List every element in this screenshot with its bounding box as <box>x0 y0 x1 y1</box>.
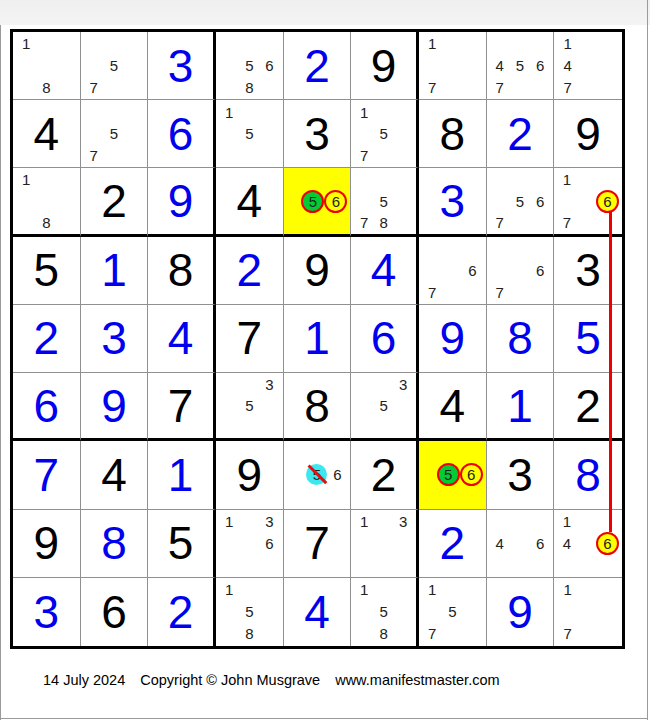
cell-value: 4 <box>81 441 148 508</box>
pencil-marks: 57 <box>84 101 145 166</box>
cell-r9c9[interactable]: 17 <box>554 578 622 646</box>
candidate-4[interactable]: 4 <box>557 532 576 555</box>
cell-value: 3 <box>419 168 486 233</box>
cell-value: 2 <box>284 32 351 99</box>
cell-r2c8[interactable]: 2 <box>487 100 555 168</box>
candidate-5[interactable]: 5 <box>510 191 530 212</box>
cell-value: 6 <box>81 578 148 646</box>
cell-r7c4[interactable]: 9 <box>216 441 284 509</box>
cell-r6c5[interactable]: 8 <box>284 373 352 441</box>
pencil-marks: 56 <box>287 169 348 232</box>
candidate-7[interactable]: 7 <box>354 145 374 167</box>
candidate-3[interactable]: 3 <box>259 374 279 395</box>
cell-value: 6 <box>13 373 80 438</box>
candidate-5[interactable]: 5 <box>239 395 259 416</box>
cell-r4c3[interactable]: 8 <box>148 237 216 305</box>
candidate-5[interactable]: 5 <box>374 395 394 416</box>
pencil-marks: 35 <box>354 374 413 437</box>
cell-r8c8[interactable]: 46 <box>487 510 555 578</box>
candidate-1[interactable]: 1 <box>219 511 239 533</box>
candidate-1[interactable]: 1 <box>422 579 442 601</box>
cell-value: 8 <box>487 305 554 372</box>
pencil-marks: 567 <box>490 169 551 232</box>
cell-r5c2[interactable]: 3 <box>81 305 149 373</box>
cell-r3c1[interactable]: 18 <box>13 168 81 236</box>
cell-r3c8[interactable]: 567 <box>487 168 555 236</box>
cell-r2c2[interactable]: 57 <box>81 100 149 168</box>
cell-value: 4 <box>351 237 416 304</box>
cell-r3c5[interactable]: 56 <box>284 168 352 236</box>
cell-r6c4[interactable]: 35 <box>216 373 284 441</box>
cell-value: 4 <box>419 373 486 438</box>
candidate-1[interactable]: 1 <box>422 33 442 55</box>
cell-value: 9 <box>487 578 554 646</box>
candidate-5[interactable]: 5 <box>374 191 394 212</box>
cell-value: 1 <box>284 305 351 372</box>
cell-value: 9 <box>351 32 416 99</box>
candidate-8[interactable]: 8 <box>239 623 259 645</box>
cell-r4c4[interactable]: 2 <box>216 237 284 305</box>
candidate-6[interactable]: 6 <box>259 55 279 77</box>
pencil-marks: 17 <box>557 579 619 645</box>
candidate-3[interactable]: 3 <box>393 511 413 533</box>
cell-r2c9[interactable]: 9 <box>554 100 622 168</box>
candidate-1[interactable]: 1 <box>354 101 374 123</box>
footer-website: www.manifestmaster.com <box>335 672 499 688</box>
candidate-7[interactable]: 7 <box>422 623 442 645</box>
cell-r7c1[interactable]: 7 <box>13 441 81 509</box>
candidate-6[interactable]: 6 <box>259 532 279 554</box>
pencil-marks: 46 <box>490 511 551 576</box>
cell-r1c3[interactable]: 3 <box>148 32 216 100</box>
pencil-marks: 56 <box>287 442 348 507</box>
candidate-1[interactable]: 1 <box>557 33 578 55</box>
cell-value: 2 <box>216 237 283 304</box>
pencil-marks: 35 <box>219 374 280 437</box>
candidate-5-green[interactable]: 5 <box>437 463 460 486</box>
cell-r4c5[interactable]: 9 <box>284 237 352 305</box>
candidate-4[interactable]: 4 <box>490 55 510 77</box>
cell-r9c8[interactable]: 9 <box>487 578 555 646</box>
cell-r5c4[interactable]: 7 <box>216 305 284 373</box>
candidate-5-green[interactable]: 5 <box>301 190 324 213</box>
cell-r2c6[interactable]: 157 <box>351 100 419 168</box>
footer-copyright: Copyright © John Musgrave <box>140 672 320 688</box>
candidate-7[interactable]: 7 <box>84 145 104 167</box>
cell-r2c3[interactable]: 6 <box>148 100 216 168</box>
cell-r9c1[interactable]: 3 <box>13 578 81 646</box>
candidate-7[interactable]: 7 <box>557 623 578 645</box>
candidate-1[interactable]: 1 <box>219 579 239 601</box>
cell-value: 2 <box>351 441 416 508</box>
candidate-1[interactable]: 1 <box>557 169 576 189</box>
candidate-1[interactable]: 1 <box>354 579 374 601</box>
cell-r2c4[interactable]: 15 <box>216 100 284 168</box>
candidate-1[interactable]: 1 <box>557 579 578 601</box>
cell-value: 2 <box>81 168 148 233</box>
cell-value: 9 <box>419 305 486 372</box>
cell-value: 8 <box>284 373 351 438</box>
pencil-marks: 158 <box>354 579 413 645</box>
candidate-3[interactable]: 3 <box>393 374 413 395</box>
pencil-marks: 4567 <box>490 33 551 98</box>
cell-value: 3 <box>81 305 148 372</box>
cell-r8c6[interactable]: 13 <box>351 510 419 578</box>
cell-value: 8 <box>419 100 486 167</box>
cell-value: 2 <box>487 100 554 167</box>
candidate-5[interactable]: 5 <box>104 123 124 145</box>
cell-r1c2[interactable]: 57 <box>81 32 149 100</box>
candidate-5[interactable]: 5 <box>374 601 394 623</box>
candidate-5[interactable]: 5 <box>104 55 124 77</box>
cell-r2c1[interactable]: 4 <box>13 100 81 168</box>
cell-value: 8 <box>148 237 213 304</box>
cell-value: 6 <box>148 100 213 167</box>
cell-value: 3 <box>148 32 213 99</box>
candidate-3[interactable]: 3 <box>259 511 279 533</box>
candidate-8[interactable]: 8 <box>374 212 394 233</box>
candidate-6[interactable]: 6 <box>530 532 550 554</box>
cell-r8c7[interactable]: 2 <box>419 510 487 578</box>
cell-r1c5[interactable]: 2 <box>284 32 352 100</box>
candidate-6[interactable]: 6 <box>530 191 550 212</box>
pencil-marks: 147 <box>557 33 619 98</box>
cell-r4c1[interactable]: 5 <box>13 237 81 305</box>
candidate-5[interactable]: 5 <box>239 55 259 77</box>
pencil-marks: 157 <box>354 101 413 166</box>
cell-r5c7[interactable]: 9 <box>419 305 487 373</box>
sudoku-board: 1857356829174567147457615315782918294565… <box>10 29 625 649</box>
cell-r1c8[interactable]: 4567 <box>487 32 555 100</box>
cell-r5c6[interactable]: 6 <box>351 305 419 373</box>
candidate-7[interactable]: 7 <box>557 213 576 233</box>
cell-value: 3 <box>284 100 351 167</box>
cell-r4c2[interactable]: 1 <box>81 237 149 305</box>
cell-r6c1[interactable]: 6 <box>13 373 81 441</box>
cell-value: 7 <box>148 373 213 438</box>
pencil-marks: 17 <box>422 33 483 98</box>
cell-value: 4 <box>216 168 283 233</box>
cell-value: 2 <box>148 578 213 646</box>
candidate-1[interactable]: 1 <box>16 169 36 190</box>
cell-r1c9[interactable]: 147 <box>554 32 622 100</box>
pencil-marks: 568 <box>219 33 280 98</box>
candidate-7[interactable]: 7 <box>422 281 442 303</box>
cell-r7c6[interactable]: 2 <box>351 441 419 509</box>
cell-r6c2[interactable]: 9 <box>81 373 149 441</box>
cell-value: 6 <box>351 305 416 372</box>
pencil-marks: 15 <box>219 101 280 166</box>
candidate-8[interactable]: 8 <box>239 76 259 98</box>
cell-r7c5[interactable]: 56 <box>284 441 352 509</box>
candidate-6[interactable]: 6 <box>462 259 482 281</box>
cell-value: 9 <box>216 441 283 508</box>
cell-r8c2[interactable]: 8 <box>81 510 149 578</box>
pencil-marks: 67 <box>422 238 483 303</box>
cell-value: 1 <box>487 373 554 438</box>
cell-value: 9 <box>554 100 622 167</box>
candidate-7[interactable]: 7 <box>490 212 510 233</box>
pencil-marks: 157 <box>422 579 483 645</box>
cell-r5c8[interactable]: 8 <box>487 305 555 373</box>
cell-r8c3[interactable]: 5 <box>148 510 216 578</box>
candidate-8[interactable]: 8 <box>374 623 394 645</box>
window-top-bar <box>0 0 650 25</box>
cell-r2c7[interactable]: 8 <box>419 100 487 168</box>
cell-value: 5 <box>13 237 80 304</box>
pencil-marks: 18 <box>16 33 77 98</box>
window-border-right <box>647 0 648 720</box>
cell-r7c8[interactable]: 3 <box>487 441 555 509</box>
cell-r3c2[interactable]: 2 <box>81 168 149 236</box>
cell-r1c7[interactable]: 17 <box>419 32 487 100</box>
candidate-5[interactable]: 5 <box>442 601 462 623</box>
pencil-marks: 67 <box>490 238 551 303</box>
candidate-6-yellow[interactable]: 6 <box>596 532 619 555</box>
cell-value: 9 <box>284 237 351 304</box>
cell-r4c7[interactable]: 67 <box>419 237 487 305</box>
cell-value: 4 <box>284 578 351 646</box>
cell-value: 9 <box>13 510 80 577</box>
cell-r5c1[interactable]: 2 <box>13 305 81 373</box>
candidate-7[interactable]: 7 <box>490 281 510 303</box>
cell-r7c7[interactable]: 56 <box>419 441 487 509</box>
cell-r7c3[interactable]: 1 <box>148 441 216 509</box>
window-border-left <box>0 25 1 720</box>
cell-value: 1 <box>148 441 213 508</box>
cell-value: 3 <box>487 441 554 508</box>
cell-r9c7[interactable]: 157 <box>419 578 487 646</box>
cell-r5c5[interactable]: 1 <box>284 305 352 373</box>
cell-value: 8 <box>81 510 148 577</box>
cell-r3c4[interactable]: 4 <box>216 168 284 236</box>
cell-r9c2[interactable]: 6 <box>81 578 149 646</box>
candidate-1[interactable]: 1 <box>16 33 36 55</box>
cell-r6c3[interactable]: 7 <box>148 373 216 441</box>
candidate-6[interactable]: 6 <box>530 55 550 77</box>
cell-r8c5[interactable]: 7 <box>284 510 352 578</box>
cell-r1c4[interactable]: 568 <box>216 32 284 100</box>
candidate-6-ring[interactable]: 6 <box>460 463 483 486</box>
cell-r8c4[interactable]: 136 <box>216 510 284 578</box>
cell-value: 2 <box>419 510 486 577</box>
chain-link-line <box>609 212 612 532</box>
candidate-7[interactable]: 7 <box>84 76 104 98</box>
candidate-1[interactable]: 1 <box>219 101 239 123</box>
pencil-marks: 13 <box>354 511 413 576</box>
cell-r9c4[interactable]: 158 <box>216 578 284 646</box>
candidate-4[interactable]: 4 <box>490 532 510 554</box>
cell-value: 1 <box>81 237 148 304</box>
cell-value: 9 <box>81 373 148 438</box>
cell-r7c2[interactable]: 4 <box>81 441 149 509</box>
pencil-marks: 136 <box>219 511 280 576</box>
candidate-7[interactable]: 7 <box>354 212 374 233</box>
candidate-4[interactable]: 4 <box>557 55 578 77</box>
candidate-5[interactable]: 5 <box>239 123 259 145</box>
candidate-6-ring[interactable]: 6 <box>324 190 347 213</box>
candidate-7[interactable]: 7 <box>557 76 578 98</box>
cell-r4c6[interactable]: 4 <box>351 237 419 305</box>
cell-value: 3 <box>13 578 80 646</box>
cell-value: 7 <box>216 305 283 372</box>
candidate-6[interactable]: 6 <box>327 464 347 486</box>
pencil-marks: 57 <box>84 33 145 98</box>
footer: 14 July 2024 Copyright © John Musgrave w… <box>43 672 500 688</box>
cell-r3c3[interactable]: 9 <box>148 168 216 236</box>
cell-r9c3[interactable]: 2 <box>148 578 216 646</box>
cell-r8c1[interactable]: 9 <box>13 510 81 578</box>
candidate-7[interactable]: 7 <box>422 76 442 98</box>
candidate-1[interactable]: 1 <box>354 511 374 533</box>
cell-value: 4 <box>13 100 80 167</box>
cell-value: 9 <box>148 168 213 233</box>
candidate-5-cyanstrike[interactable]: 5 <box>306 464 327 485</box>
cell-r9c6[interactable]: 158 <box>351 578 419 646</box>
cell-r1c1[interactable]: 18 <box>13 32 81 100</box>
footer-date: 14 July 2024 <box>43 672 125 688</box>
cell-r3c7[interactable]: 3 <box>419 168 487 236</box>
candidate-5[interactable]: 5 <box>374 123 394 145</box>
cell-value: 7 <box>13 441 80 508</box>
candidate-5[interactable]: 5 <box>510 55 530 77</box>
candidate-6-yellow[interactable]: 6 <box>596 190 619 213</box>
cell-r3c6[interactable]: 578 <box>351 168 419 236</box>
window-border-bottom <box>0 718 648 719</box>
candidate-8[interactable]: 8 <box>36 76 56 98</box>
pencil-marks: 18 <box>16 169 77 232</box>
cell-r6c7[interactable]: 4 <box>419 373 487 441</box>
candidate-7[interactable]: 7 <box>490 76 510 98</box>
candidate-1[interactable]: 1 <box>557 511 576 532</box>
candidate-8[interactable]: 8 <box>36 212 56 233</box>
pencil-marks: 158 <box>219 579 280 645</box>
cell-value: 4 <box>148 305 213 372</box>
candidate-5[interactable]: 5 <box>239 601 259 623</box>
cell-r2c5[interactable]: 3 <box>284 100 352 168</box>
cell-r4c8[interactable]: 67 <box>487 237 555 305</box>
cell-value: 7 <box>284 510 351 577</box>
pencil-marks: 578 <box>354 169 413 232</box>
cell-value: 5 <box>148 510 213 577</box>
candidate-6[interactable]: 6 <box>530 259 550 281</box>
cell-value: 2 <box>13 305 80 372</box>
cell-r6c6[interactable]: 35 <box>351 373 419 441</box>
cell-r1c6[interactable]: 9 <box>351 32 419 100</box>
cell-r9c5[interactable]: 4 <box>284 578 352 646</box>
cell-r5c3[interactable]: 4 <box>148 305 216 373</box>
pencil-marks: 56 <box>422 442 483 507</box>
cell-r6c8[interactable]: 1 <box>487 373 555 441</box>
